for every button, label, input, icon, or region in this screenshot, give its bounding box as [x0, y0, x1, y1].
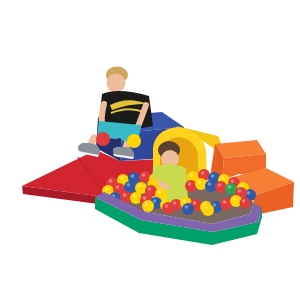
play-ball-highlight — [238, 189, 242, 193]
play-ball-highlight — [183, 199, 187, 203]
play-ball-highlight — [109, 179, 113, 183]
play-ball-highlight — [205, 206, 209, 210]
play-ball-highlight — [233, 197, 237, 201]
play-ball-highlight — [165, 204, 169, 208]
play-ball-highlight — [120, 176, 124, 180]
play-ball-highlight — [158, 190, 162, 194]
play-ball-highlight — [153, 199, 157, 203]
play-ball-highlight — [105, 187, 109, 191]
play-ball — [182, 203, 194, 215]
play-ball — [240, 198, 251, 209]
play-ball-highlight — [221, 176, 225, 180]
play-ball-highlight — [143, 196, 147, 200]
play-ball-highlight — [218, 183, 222, 187]
play-ball-highlight — [208, 182, 212, 186]
play-ball-highlight — [213, 203, 217, 207]
play-ball-highlight — [188, 182, 192, 186]
play-ball — [202, 204, 214, 216]
play-ball-highlight — [247, 191, 251, 195]
play-ball — [142, 200, 154, 212]
play-ball-highlight — [228, 185, 232, 189]
play-ball-highlight — [148, 187, 152, 191]
soft-play-scene — [0, 0, 300, 300]
play-ball-highlight — [145, 202, 149, 206]
play-ball-highlight — [198, 180, 202, 184]
boy-face — [107, 74, 126, 93]
play-ball-highlight — [133, 194, 137, 198]
play-ball-highlight — [123, 193, 127, 197]
play-ball-highlight — [231, 179, 235, 183]
play-ball-highlight — [211, 174, 215, 178]
play-ball-highlight — [173, 201, 177, 205]
play-ball — [185, 180, 197, 192]
play-ball — [195, 178, 207, 190]
play-ball — [215, 181, 227, 193]
play-ball-highlight — [223, 200, 227, 204]
play-ball-highlight — [127, 183, 131, 187]
play-ball — [130, 192, 142, 204]
play-ball-highlight — [242, 199, 245, 202]
play-ball-highlight — [142, 173, 146, 177]
play-ball-highlight — [116, 185, 120, 189]
play-ball-highlight — [138, 184, 142, 188]
boy-held-yellow-ball — [127, 134, 141, 148]
play-ball — [162, 202, 174, 214]
play-ball-highlight — [190, 173, 194, 177]
play-ball-highlight — [131, 174, 135, 178]
play-ball-highlight — [193, 201, 197, 205]
play-ball-highlight — [201, 171, 205, 175]
play-ball-highlight — [185, 205, 189, 209]
boy-held-red-ball — [96, 132, 110, 146]
product-photo — [0, 0, 300, 300]
